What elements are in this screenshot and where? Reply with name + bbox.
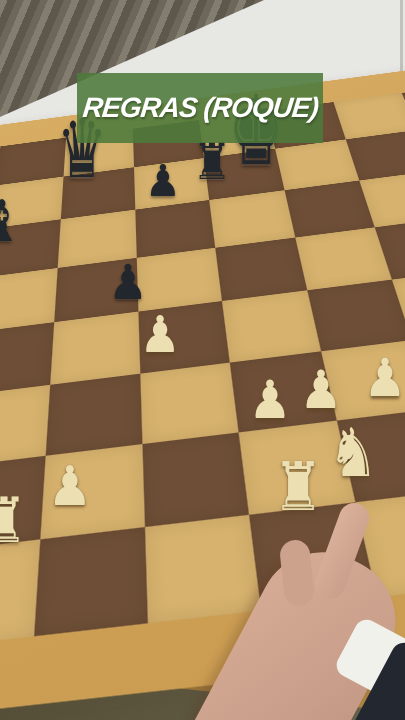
- square-e4: [222, 290, 320, 362]
- banner-text: REGRAS (ROQUE): [81, 92, 319, 124]
- square-d1: [144, 514, 261, 623]
- square-d2: [142, 432, 249, 526]
- piece-white-pawn-h2: ♟: [363, 352, 405, 405]
- title-banner: REGRAS (ROQUE): [77, 73, 323, 143]
- piece-white-rook-a1: ♜: [0, 489, 27, 551]
- piece-white-pawn-g2: ♟: [299, 364, 342, 417]
- piece-black-pawn-d6: ♟: [108, 258, 147, 306]
- piece-black-pawn-e7: ♟: [145, 158, 181, 202]
- piece-white-knight-g1: ♞: [328, 420, 378, 487]
- square-c3: [46, 373, 142, 456]
- drawer-knob: [230, 690, 254, 710]
- square-c1: [34, 527, 147, 637]
- square-b3: [0, 384, 50, 467]
- square-d3: [140, 362, 239, 444]
- video-frame[interactable]: ♛♟♜♚♝♟♟♟♜♟♟♟♞♜ REGRAS (ROQUE): [0, 0, 405, 720]
- piece-white-pawn-b2: ♟: [48, 459, 93, 514]
- piece-black-bishop-b7: ♝: [0, 193, 22, 250]
- square-c4: [50, 312, 139, 385]
- square-f4: [307, 280, 405, 351]
- piece-white-pawn-f2: ♟: [248, 374, 291, 427]
- piece-black-rook-f8: ♜: [192, 136, 231, 187]
- piece-white-pawn-e5: ♟: [139, 309, 180, 360]
- piece-white-rook-f1: ♜: [273, 454, 323, 521]
